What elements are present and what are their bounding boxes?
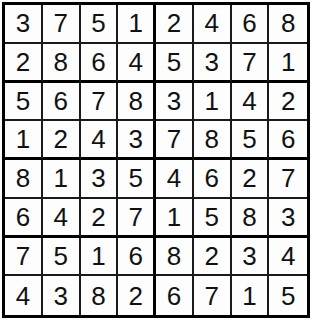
cell-r7c4: 6 bbox=[118, 238, 156, 277]
cell-r7c6: 2 bbox=[194, 238, 232, 277]
cell-r4c4: 3 bbox=[118, 121, 156, 160]
cell-r2c8: 1 bbox=[269, 44, 307, 83]
cell-r2c7: 7 bbox=[232, 44, 270, 83]
cell-r1c5: 2 bbox=[156, 5, 194, 44]
cell-r8c5: 6 bbox=[156, 276, 194, 315]
cell-r7c1: 7 bbox=[5, 238, 43, 277]
sudoku-board: 3751246828645371567831421243785681354627… bbox=[2, 2, 310, 318]
cell-r8c2: 3 bbox=[43, 276, 81, 315]
cell-r6c2: 4 bbox=[43, 199, 81, 238]
cell-r6c4: 7 bbox=[118, 199, 156, 238]
cell-r3c5: 3 bbox=[156, 83, 194, 122]
sudoku-grid: 3751246828645371567831421243785681354627… bbox=[5, 5, 307, 315]
cell-r4c8: 6 bbox=[269, 121, 307, 160]
cell-r2c1: 2 bbox=[5, 44, 43, 83]
cell-r8c6: 7 bbox=[194, 276, 232, 315]
cell-r2c5: 5 bbox=[156, 44, 194, 83]
cell-r6c8: 3 bbox=[269, 199, 307, 238]
cell-r7c8: 4 bbox=[269, 238, 307, 277]
cell-r6c1: 6 bbox=[5, 199, 43, 238]
cell-r7c7: 3 bbox=[232, 238, 270, 277]
cell-r8c8: 5 bbox=[269, 276, 307, 315]
cell-r3c4: 8 bbox=[118, 83, 156, 122]
cell-r2c3: 6 bbox=[81, 44, 119, 83]
cell-r5c6: 6 bbox=[194, 160, 232, 199]
cell-r6c6: 5 bbox=[194, 199, 232, 238]
cell-r4c7: 5 bbox=[232, 121, 270, 160]
cell-r2c6: 3 bbox=[194, 44, 232, 83]
cell-r2c4: 4 bbox=[118, 44, 156, 83]
cell-r7c3: 1 bbox=[81, 238, 119, 277]
cell-r3c1: 5 bbox=[5, 83, 43, 122]
cell-r5c7: 2 bbox=[232, 160, 270, 199]
cell-r5c1: 8 bbox=[5, 160, 43, 199]
cell-r1c7: 6 bbox=[232, 5, 270, 44]
cell-r5c5: 4 bbox=[156, 160, 194, 199]
cell-r1c6: 4 bbox=[194, 5, 232, 44]
cell-r1c4: 1 bbox=[118, 5, 156, 44]
cell-r5c8: 7 bbox=[269, 160, 307, 199]
cell-r4c6: 8 bbox=[194, 121, 232, 160]
cell-r4c2: 2 bbox=[43, 121, 81, 160]
cell-r3c2: 6 bbox=[43, 83, 81, 122]
cell-r3c8: 2 bbox=[269, 83, 307, 122]
cell-r8c7: 1 bbox=[232, 276, 270, 315]
cell-r5c3: 3 bbox=[81, 160, 119, 199]
cell-r4c3: 4 bbox=[81, 121, 119, 160]
cell-r4c5: 7 bbox=[156, 121, 194, 160]
cell-r5c4: 5 bbox=[118, 160, 156, 199]
cell-r4c1: 1 bbox=[5, 121, 43, 160]
cell-r6c7: 8 bbox=[232, 199, 270, 238]
cell-r3c7: 4 bbox=[232, 83, 270, 122]
cell-r6c5: 1 bbox=[156, 199, 194, 238]
cell-r7c2: 5 bbox=[43, 238, 81, 277]
cell-r8c1: 4 bbox=[5, 276, 43, 315]
cell-r8c3: 8 bbox=[81, 276, 119, 315]
cell-r7c5: 8 bbox=[156, 238, 194, 277]
cell-r8c4: 2 bbox=[118, 276, 156, 315]
cell-r1c2: 7 bbox=[43, 5, 81, 44]
cell-r6c3: 2 bbox=[81, 199, 119, 238]
cell-r2c2: 8 bbox=[43, 44, 81, 83]
cell-r5c2: 1 bbox=[43, 160, 81, 199]
cell-r3c6: 1 bbox=[194, 83, 232, 122]
cell-r3c3: 7 bbox=[81, 83, 119, 122]
cell-r1c8: 8 bbox=[269, 5, 307, 44]
cell-r1c1: 3 bbox=[5, 5, 43, 44]
cell-r1c3: 5 bbox=[81, 5, 119, 44]
